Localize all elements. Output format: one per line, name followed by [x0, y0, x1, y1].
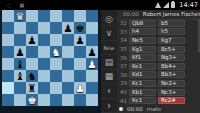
square-b1[interactable] [14, 94, 26, 106]
square-g2[interactable]: ♟ [74, 82, 86, 94]
board-grid-icon[interactable]: ▦ [101, 70, 117, 84]
square-f4[interactable] [62, 58, 74, 70]
square-a4[interactable] [2, 58, 14, 70]
move-panel: 00:00 Robert James Fischer 32Qb8b533h4h5… [117, 10, 200, 113]
square-d7[interactable] [38, 22, 50, 34]
player-clock: 00:00 [123, 11, 139, 17]
side-to-move-icon [119, 107, 123, 111]
square-f1[interactable] [62, 94, 74, 106]
square-b6[interactable] [14, 34, 26, 46]
square-d5[interactable] [38, 46, 50, 58]
white-king-c1: ♚ [26, 94, 38, 106]
square-d3[interactable] [38, 70, 50, 82]
move-38-black[interactable]: Bb3+ [158, 71, 185, 78]
square-c4[interactable] [26, 58, 38, 70]
move-row-37: 37Ke1Bb4+ [118, 62, 198, 71]
android-status-bar: ◌▦ 14:47 [0, 0, 200, 10]
square-f6[interactable] [62, 34, 74, 46]
battery-icon [171, 2, 175, 8]
white-pawn-g2: ♟ [74, 82, 86, 94]
black-pawn-f7: ♟ [62, 22, 74, 34]
move-row-36: 36Kf1Ng3+ [118, 53, 198, 62]
square-d8[interactable] [38, 10, 50, 22]
move-37-white[interactable]: Ke1 [129, 63, 156, 70]
move-number: 37 [118, 63, 127, 69]
square-h4[interactable]: ♟ [86, 58, 98, 70]
black-pawn-g6: ♟ [74, 34, 86, 46]
square-h2[interactable] [86, 82, 98, 94]
square-b5[interactable]: ♟ [14, 46, 26, 58]
move-number: 39 [118, 80, 127, 86]
move-32-black[interactable]: b5 [158, 20, 185, 27]
move-35-black[interactable]: Bc5+ [158, 46, 185, 53]
square-a1[interactable] [2, 94, 14, 106]
move-row-32: 32Qb8b5 [118, 19, 198, 28]
move-number: 36 [118, 55, 127, 61]
square-a8[interactable] [2, 10, 14, 22]
move-41-white[interactable]: Kc1 [129, 97, 156, 104]
square-g5[interactable] [74, 46, 86, 58]
footer-clock: 00:00 [127, 106, 143, 112]
square-c8[interactable] [26, 10, 38, 22]
square-d1[interactable] [38, 94, 50, 106]
square-h3[interactable] [86, 70, 98, 82]
move-row-40: 40Kb1Nc3+ [118, 88, 198, 97]
square-f3[interactable] [62, 70, 74, 82]
move-number: 40 [118, 89, 127, 95]
side-toolbar: ◎∨New▤▦‹› [101, 10, 117, 113]
square-a7[interactable] [2, 22, 14, 34]
move-41-black[interactable]: Rc2# [158, 97, 185, 104]
move-39-white[interactable]: Kc1 [129, 80, 156, 87]
move-row-34: 34Ne5Kg7 [118, 36, 198, 45]
square-c7[interactable] [26, 22, 38, 34]
square-b8[interactable]: ♛ [14, 10, 26, 22]
square-e4[interactable] [50, 58, 62, 70]
black-knight-c3: ♞ [26, 70, 38, 82]
black-rook-c2: ♜ [26, 82, 38, 94]
move-40-black[interactable]: Nc3+ [158, 89, 185, 96]
square-b3[interactable]: ♝ [14, 70, 26, 82]
move-row-39: 39Kc1Ne2+ [118, 79, 198, 88]
square-c2[interactable]: ♜ [26, 82, 38, 94]
move-number: 38 [118, 72, 127, 78]
board-area: ♛♟♚♟♟♟♞♟♝♟♝♞♜♟♚ [0, 10, 101, 113]
move-number: 33 [118, 29, 127, 35]
move-number: 35 [118, 46, 127, 52]
black-pawn-h5: ♟ [86, 46, 98, 58]
move-38-white[interactable]: Kd1 [129, 71, 156, 78]
square-h7[interactable] [86, 22, 98, 34]
move-row-35: 35Kg1Bc5+ [118, 45, 198, 54]
square-c6[interactable]: ♟ [26, 34, 38, 46]
square-f2[interactable] [62, 82, 74, 94]
move-row-38: 38Kd1Bb3+ [118, 71, 198, 80]
black-king-g7: ♚ [74, 22, 86, 34]
square-c3[interactable]: ♞ [26, 70, 38, 82]
move-36-black[interactable]: Ng3+ [158, 54, 185, 61]
square-h1[interactable] [86, 94, 98, 106]
square-h5[interactable]: ♟ [86, 46, 98, 58]
square-d6[interactable] [38, 34, 50, 46]
black-bishop-b3: ♝ [14, 70, 26, 82]
square-g7[interactable]: ♚ [74, 22, 86, 34]
move-34-white[interactable]: Ne5 [129, 37, 156, 44]
move-37-black[interactable]: Bb4+ [158, 63, 185, 70]
square-e5[interactable]: ♞ [50, 46, 62, 58]
clock-time: 14:47 [179, 0, 198, 10]
move-34-black[interactable]: Kg7 [158, 37, 185, 44]
chevron-down-icon[interactable]: ∨ [101, 26, 117, 40]
square-d4[interactable] [38, 58, 50, 70]
square-b7[interactable] [14, 22, 26, 34]
square-a6[interactable] [2, 34, 14, 46]
white-pawn-h4: ♟ [86, 58, 98, 70]
player-name: Robert James Fischer [143, 11, 200, 17]
square-d2[interactable] [38, 82, 50, 94]
square-g8[interactable] [74, 10, 86, 22]
wifi-icon [155, 2, 161, 8]
square-h8[interactable] [86, 10, 98, 22]
move-number: 34 [118, 37, 127, 43]
square-g3[interactable] [74, 70, 86, 82]
square-e6[interactable] [50, 34, 62, 46]
square-e3[interactable] [50, 70, 62, 82]
status-left-icons: ◌▦ [7, 0, 24, 10]
black-pawn-c6: ♟ [26, 34, 38, 46]
notification-icon-2: ▦ [19, 0, 24, 10]
square-f5[interactable] [62, 46, 74, 58]
move-32-white[interactable]: Qb8 [129, 20, 156, 27]
black-bishop-b4: ♝ [14, 58, 26, 70]
chess-app-screen: ◌▦ 14:47 ♛♟♚♟♟♟♞♟♝♟♝♞♜♟♚ ◎∨New▤▦‹› 00:00… [0, 0, 200, 113]
chess-board: ♛♟♚♟♟♟♞♟♝♟♝♞♜♟♚ [2, 10, 98, 106]
move-number: 41 [118, 98, 127, 104]
signal-icon [163, 2, 169, 8]
move-40-white[interactable]: Kb1 [129, 89, 156, 96]
next-move-icon[interactable]: › [101, 99, 117, 113]
black-pawn-b5: ♟ [14, 46, 26, 58]
square-b4[interactable]: ♝ [14, 58, 26, 70]
status-line: 00:00 mate [119, 106, 161, 112]
square-g1[interactable] [74, 94, 86, 106]
move-list: 32Qb8b533h4h534Ne5Kg735Kg1Bc5+36Kf1Ng3+3… [118, 19, 198, 105]
square-g4[interactable] [74, 58, 86, 70]
square-h6[interactable] [86, 34, 98, 46]
move-39-black[interactable]: Ne2+ [158, 80, 185, 87]
square-e8[interactable] [50, 10, 62, 22]
square-g6[interactable]: ♟ [74, 34, 86, 46]
square-f7[interactable]: ♟ [62, 22, 74, 34]
move-36-white[interactable]: Kf1 [129, 54, 156, 61]
notification-icon-1: ◌ [7, 0, 11, 10]
prev-move-icon[interactable]: ‹ [101, 84, 117, 98]
square-c1[interactable]: ♚ [26, 94, 38, 106]
move-number: 32 [118, 20, 127, 26]
move-row-33: 33h4h5 [118, 28, 198, 37]
square-a5[interactable] [2, 46, 14, 58]
square-e7[interactable] [50, 22, 62, 34]
new-button[interactable]: New [101, 41, 117, 55]
square-f8[interactable] [62, 10, 74, 22]
mode-icon[interactable]: ◎ [101, 12, 117, 26]
square-e1[interactable] [50, 94, 62, 106]
square-a2[interactable] [2, 82, 14, 94]
square-c5[interactable] [26, 46, 38, 58]
move-33-black[interactable]: h5 [158, 28, 185, 35]
square-a3[interactable] [2, 70, 14, 82]
square-b2[interactable] [14, 82, 26, 94]
square-e2[interactable] [50, 82, 62, 94]
game-state: mate [147, 106, 161, 112]
white-knight-e5: ♞ [50, 46, 62, 58]
white-queen-b8: ♛ [14, 10, 26, 22]
move-33-white[interactable]: h4 [129, 28, 156, 35]
move-35-white[interactable]: Kg1 [129, 46, 156, 53]
move-row-41: 41Kc1Rc2# [118, 96, 198, 105]
book-icon[interactable]: ▤ [101, 55, 117, 69]
move-list-scrollbar[interactable] [198, 19, 200, 53]
